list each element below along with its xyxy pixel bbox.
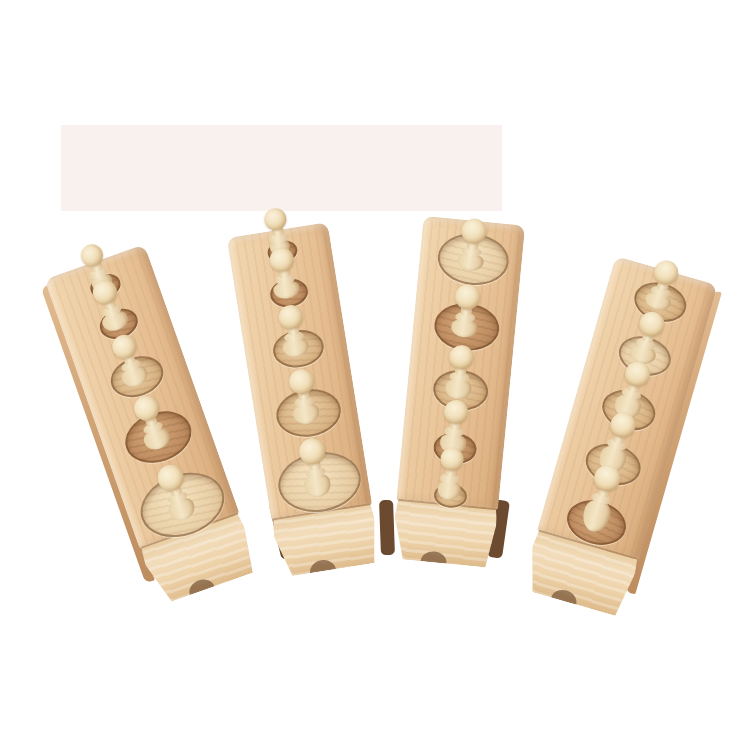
block-end-face — [391, 499, 498, 569]
block-end-notch — [186, 576, 214, 595]
cylinder-block-2 — [227, 222, 382, 578]
block-end-notch — [551, 587, 579, 605]
block-end-notch — [308, 558, 335, 573]
cylinder-block-1 — [44, 244, 259, 606]
product-photo — [0, 0, 750, 750]
watermark-rect — [61, 125, 502, 211]
block-end-notch — [420, 550, 447, 563]
cylinder-block-4 — [520, 256, 717, 618]
